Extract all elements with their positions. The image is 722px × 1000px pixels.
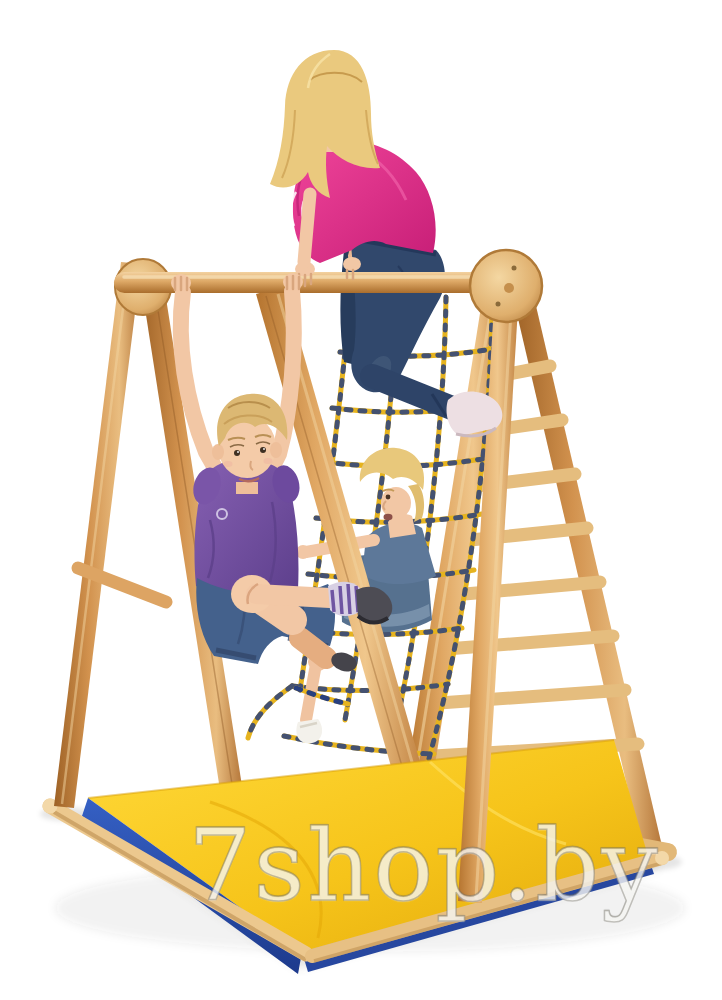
girl-shin <box>372 376 452 408</box>
net-child-hair <box>360 448 424 490</box>
climbing-frame-illustration <box>0 0 722 1000</box>
girl-near-arm <box>304 194 310 262</box>
product-photo: 7shop.by <box>0 0 722 1000</box>
boy-calf <box>256 594 330 598</box>
left-a-frame-front-leg <box>54 262 141 808</box>
net-child-sandal <box>296 719 322 743</box>
